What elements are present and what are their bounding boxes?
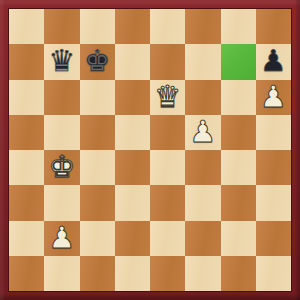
- square-h1[interactable]: [256, 256, 291, 291]
- square-f1[interactable]: [185, 256, 220, 291]
- square-d3[interactable]: [115, 185, 150, 220]
- square-g6[interactable]: [221, 80, 256, 115]
- square-b2[interactable]: ♟: [44, 221, 79, 256]
- square-a4[interactable]: [9, 150, 44, 185]
- square-e1[interactable]: [150, 256, 185, 291]
- square-e2[interactable]: [150, 221, 185, 256]
- black-pawn[interactable]: ♟: [260, 44, 287, 78]
- square-e3[interactable]: [150, 185, 185, 220]
- square-f7[interactable]: [185, 44, 220, 79]
- square-g2[interactable]: [221, 221, 256, 256]
- square-f3[interactable]: [185, 185, 220, 220]
- square-e5[interactable]: [150, 115, 185, 150]
- square-a6[interactable]: [9, 80, 44, 115]
- square-a8[interactable]: [9, 9, 44, 44]
- square-e7[interactable]: [150, 44, 185, 79]
- square-e8[interactable]: [150, 9, 185, 44]
- square-h7[interactable]: ♟: [256, 44, 291, 79]
- square-h6[interactable]: ♟: [256, 80, 291, 115]
- square-d4[interactable]: [115, 150, 150, 185]
- square-f6[interactable]: [185, 80, 220, 115]
- square-c5[interactable]: [80, 115, 115, 150]
- square-g1[interactable]: [221, 256, 256, 291]
- square-h8[interactable]: [256, 9, 291, 44]
- square-g4[interactable]: [221, 150, 256, 185]
- square-b5[interactable]: [44, 115, 79, 150]
- white-queen[interactable]: ♛: [154, 80, 181, 114]
- square-a3[interactable]: [9, 185, 44, 220]
- black-queen[interactable]: ♛: [48, 44, 75, 78]
- square-d8[interactable]: [115, 9, 150, 44]
- square-g5[interactable]: [221, 115, 256, 150]
- square-f4[interactable]: [185, 150, 220, 185]
- square-b4[interactable]: ♚: [44, 150, 79, 185]
- square-c8[interactable]: [80, 9, 115, 44]
- square-d2[interactable]: [115, 221, 150, 256]
- square-a2[interactable]: [9, 221, 44, 256]
- square-a5[interactable]: [9, 115, 44, 150]
- square-h3[interactable]: [256, 185, 291, 220]
- white-pawn[interactable]: ♟: [189, 115, 216, 149]
- square-h4[interactable]: [256, 150, 291, 185]
- square-d7[interactable]: [115, 44, 150, 79]
- board-frame: ♛♚♟♛♟♟♚♟: [0, 0, 300, 300]
- square-g7[interactable]: [221, 44, 256, 79]
- square-a7[interactable]: [9, 44, 44, 79]
- square-h2[interactable]: [256, 221, 291, 256]
- square-b8[interactable]: [44, 9, 79, 44]
- square-h5[interactable]: [256, 115, 291, 150]
- chess-board: ♛♚♟♛♟♟♚♟: [9, 9, 291, 291]
- square-c4[interactable]: [80, 150, 115, 185]
- square-b1[interactable]: [44, 256, 79, 291]
- white-pawn[interactable]: ♟: [48, 221, 75, 255]
- square-c6[interactable]: [80, 80, 115, 115]
- square-d6[interactable]: [115, 80, 150, 115]
- square-e4[interactable]: [150, 150, 185, 185]
- square-e6[interactable]: ♛: [150, 80, 185, 115]
- square-f5[interactable]: ♟: [185, 115, 220, 150]
- square-b7[interactable]: ♛: [44, 44, 79, 79]
- square-b3[interactable]: [44, 185, 79, 220]
- white-pawn[interactable]: ♟: [260, 80, 287, 114]
- square-d1[interactable]: [115, 256, 150, 291]
- square-g8[interactable]: [221, 9, 256, 44]
- square-c3[interactable]: [80, 185, 115, 220]
- square-a1[interactable]: [9, 256, 44, 291]
- square-b6[interactable]: [44, 80, 79, 115]
- black-king[interactable]: ♚: [84, 44, 111, 78]
- square-g3[interactable]: [221, 185, 256, 220]
- square-f2[interactable]: [185, 221, 220, 256]
- square-c1[interactable]: [80, 256, 115, 291]
- square-c7[interactable]: ♚: [80, 44, 115, 79]
- white-king[interactable]: ♚: [48, 150, 75, 184]
- square-d5[interactable]: [115, 115, 150, 150]
- square-f8[interactable]: [185, 9, 220, 44]
- square-c2[interactable]: [80, 221, 115, 256]
